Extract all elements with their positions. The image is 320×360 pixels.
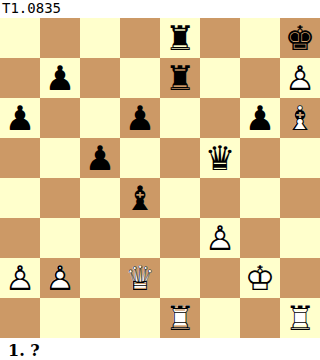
square-a1[interactable] [0, 298, 40, 338]
piece-outline: ♙ [0, 258, 40, 298]
piece-outline: ♖ [160, 298, 200, 338]
square-e1[interactable]: ♜♖ [160, 298, 200, 338]
square-d4[interactable]: ♝ [120, 178, 160, 218]
square-h7[interactable]: ♟♙ [280, 58, 320, 98]
black-pawn-a6[interactable]: ♟ [0, 98, 40, 138]
square-c8[interactable] [80, 18, 120, 58]
piece-outline: ♙ [200, 218, 240, 258]
square-c1[interactable] [80, 298, 120, 338]
square-h2[interactable] [280, 258, 320, 298]
square-f8[interactable] [200, 18, 240, 58]
black-bishop-d4[interactable]: ♝ [120, 178, 160, 218]
square-a5[interactable] [0, 138, 40, 178]
square-c6[interactable] [80, 98, 120, 138]
black-rook-e8[interactable]: ♜ [160, 18, 200, 58]
square-a6[interactable]: ♟ [0, 98, 40, 138]
square-g5[interactable] [240, 138, 280, 178]
square-g4[interactable] [240, 178, 280, 218]
square-e8[interactable]: ♜ [160, 18, 200, 58]
square-b7[interactable]: ♟ [40, 58, 80, 98]
piece-outline: ♙ [280, 58, 320, 98]
white-rook-h1[interactable]: ♜♖ [280, 298, 320, 338]
square-f7[interactable] [200, 58, 240, 98]
square-b2[interactable]: ♟♙ [40, 258, 80, 298]
black-pawn-c5[interactable]: ♟ [80, 138, 120, 178]
black-king-h8[interactable]: ♚ [280, 18, 320, 58]
black-pawn-b7[interactable]: ♟ [40, 58, 80, 98]
square-c2[interactable] [80, 258, 120, 298]
square-c4[interactable] [80, 178, 120, 218]
square-h4[interactable] [280, 178, 320, 218]
white-pawn-h7[interactable]: ♟♙ [280, 58, 320, 98]
puzzle-id: T1.0835 [0, 0, 320, 18]
move-prompt: 1. ? [0, 338, 320, 360]
square-d6[interactable]: ♟ [120, 98, 160, 138]
square-g1[interactable] [240, 298, 280, 338]
square-g2[interactable]: ♚♔ [240, 258, 280, 298]
square-f2[interactable] [200, 258, 240, 298]
black-queen-f5[interactable]: ♛ [200, 138, 240, 178]
white-bishop-h6[interactable]: ♝♗ [280, 98, 320, 138]
square-f5[interactable]: ♛ [200, 138, 240, 178]
square-b6[interactable] [40, 98, 80, 138]
white-pawn-a2[interactable]: ♟♙ [0, 258, 40, 298]
square-a7[interactable] [0, 58, 40, 98]
square-e6[interactable] [160, 98, 200, 138]
square-e2[interactable] [160, 258, 200, 298]
square-d1[interactable] [120, 298, 160, 338]
square-b8[interactable] [40, 18, 80, 58]
square-c7[interactable] [80, 58, 120, 98]
square-d2[interactable]: ♛♕ [120, 258, 160, 298]
square-b5[interactable] [40, 138, 80, 178]
square-e5[interactable] [160, 138, 200, 178]
square-b1[interactable] [40, 298, 80, 338]
square-c5[interactable]: ♟ [80, 138, 120, 178]
white-pawn-b2[interactable]: ♟♙ [40, 258, 80, 298]
square-b3[interactable] [40, 218, 80, 258]
square-a2[interactable]: ♟♙ [0, 258, 40, 298]
square-f1[interactable] [200, 298, 240, 338]
square-g6[interactable]: ♟ [240, 98, 280, 138]
square-a3[interactable] [0, 218, 40, 258]
black-pawn-g6[interactable]: ♟ [240, 98, 280, 138]
square-d3[interactable] [120, 218, 160, 258]
piece-outline: ♗ [280, 98, 320, 138]
square-g3[interactable] [240, 218, 280, 258]
square-a4[interactable] [0, 178, 40, 218]
square-h6[interactable]: ♝♗ [280, 98, 320, 138]
square-a8[interactable] [0, 18, 40, 58]
square-f3[interactable]: ♟♙ [200, 218, 240, 258]
square-h3[interactable] [280, 218, 320, 258]
square-d7[interactable] [120, 58, 160, 98]
square-d5[interactable] [120, 138, 160, 178]
white-rook-e1[interactable]: ♜♖ [160, 298, 200, 338]
square-d8[interactable] [120, 18, 160, 58]
piece-outline: ♙ [40, 258, 80, 298]
square-e4[interactable] [160, 178, 200, 218]
black-pawn-d6[interactable]: ♟ [120, 98, 160, 138]
chess-board: ♜♚♟♜♟♙♟♟♟♝♗♟♛♝♟♙♟♙♟♙♛♕♚♔♜♖♜♖ [0, 18, 320, 338]
black-rook-e7[interactable]: ♜ [160, 58, 200, 98]
piece-outline: ♔ [240, 258, 280, 298]
square-e7[interactable]: ♜ [160, 58, 200, 98]
square-h1[interactable]: ♜♖ [280, 298, 320, 338]
square-f4[interactable] [200, 178, 240, 218]
square-b4[interactable] [40, 178, 80, 218]
square-g8[interactable] [240, 18, 280, 58]
square-c3[interactable] [80, 218, 120, 258]
white-pawn-f3[interactable]: ♟♙ [200, 218, 240, 258]
piece-outline: ♖ [280, 298, 320, 338]
square-h8[interactable]: ♚ [280, 18, 320, 58]
square-g7[interactable] [240, 58, 280, 98]
white-queen-d2[interactable]: ♛♕ [120, 258, 160, 298]
piece-outline: ♕ [120, 258, 160, 298]
square-f6[interactable] [200, 98, 240, 138]
square-h5[interactable] [280, 138, 320, 178]
square-e3[interactable] [160, 218, 200, 258]
white-king-g2[interactable]: ♚♔ [240, 258, 280, 298]
